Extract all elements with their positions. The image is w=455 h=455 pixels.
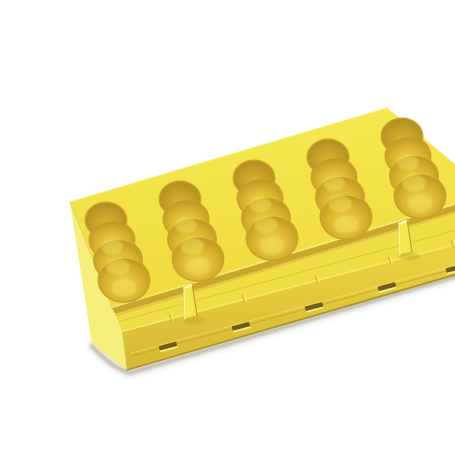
- cavity-lobe-highlight: [180, 238, 204, 255]
- cavity-lobe-highlight: [328, 196, 352, 213]
- cavity-lobe-highlight: [402, 175, 426, 192]
- cavity-lobe-highlight: [334, 215, 359, 233]
- cavity-lobe-highlight: [408, 194, 433, 212]
- cavity-lobe-highlight: [249, 197, 271, 213]
- cavity-lobe-highlight: [101, 239, 123, 255]
- stick-clip-bright-edge: [184, 287, 185, 319]
- product-photo: [40, 16, 455, 455]
- cavity-lobe-highlight: [397, 155, 419, 171]
- cavity-lobe-highlight: [106, 259, 130, 276]
- mould-illustration: [40, 16, 455, 455]
- cavity-lobe-highlight: [175, 218, 197, 234]
- cavity-lobe-highlight: [186, 257, 211, 275]
- cavity-lobe-highlight: [323, 176, 345, 192]
- cavity-lobe-highlight: [260, 236, 285, 254]
- stick-clip-bright-edge: [399, 223, 400, 255]
- cavity-lobe-highlight: [112, 278, 137, 296]
- cavity-lobe-highlight: [254, 217, 278, 234]
